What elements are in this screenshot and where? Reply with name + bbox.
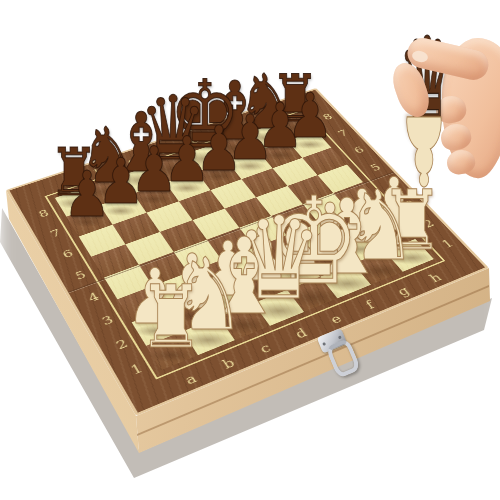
file-label-h: h <box>427 271 445 285</box>
file-label-g: g <box>394 284 412 298</box>
rank-label-6: 6 <box>60 247 75 260</box>
attached-light-pawn[interactable]: ♟ <box>398 102 450 198</box>
file-label-f: f <box>363 298 377 311</box>
latch-screw <box>322 342 326 346</box>
file-label-d: d <box>292 326 310 341</box>
rank-label-3: 3 <box>99 313 115 328</box>
rank-label-5: 5 <box>73 268 88 282</box>
file-label-a: a <box>182 371 199 387</box>
piece-white-rook-a1[interactable]: ♜ <box>138 274 204 360</box>
file-label-b: b <box>220 355 238 371</box>
rank-label-4: 4 <box>86 290 102 304</box>
file-label-c: c <box>257 341 273 356</box>
chess-set-photo: aabbccddeeffgghh1122334455667788 ♜♞♟♝♟♚♟… <box>0 0 500 500</box>
latch-screw <box>337 336 341 340</box>
rank-label-7: 7 <box>335 128 350 138</box>
rank-label-7: 7 <box>48 227 63 240</box>
piece-black-pawn-a7[interactable]: ♟ <box>63 163 111 226</box>
rank-label-6: 6 <box>351 144 366 155</box>
